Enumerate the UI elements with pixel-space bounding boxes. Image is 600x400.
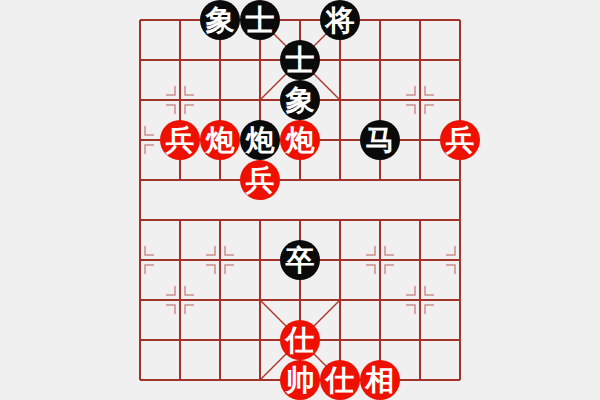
piece-red-cannon[interactable]: 炮: [200, 120, 240, 160]
piece-red-cannon[interactable]: 炮: [280, 120, 320, 160]
piece-black-advisor[interactable]: 士: [240, 0, 280, 40]
pieces-layer: 象士将士象兵炮炮炮马兵兵卒仕帅仕相: [0, 0, 600, 400]
piece-red-advisor[interactable]: 仕: [280, 320, 320, 360]
xiangqi-app-screen: 象士将士象兵炮炮炮马兵兵卒仕帅仕相: [0, 0, 600, 400]
piece-black-horse[interactable]: 马: [360, 120, 400, 160]
piece-red-advisor[interactable]: 仕: [320, 360, 360, 400]
piece-black-cannon[interactable]: 炮: [240, 120, 280, 160]
piece-red-soldier[interactable]: 兵: [440, 120, 480, 160]
piece-black-advisor[interactable]: 士: [280, 40, 320, 80]
piece-red-soldier[interactable]: 兵: [160, 120, 200, 160]
piece-black-soldier[interactable]: 卒: [280, 240, 320, 280]
piece-red-soldier[interactable]: 兵: [240, 160, 280, 200]
piece-black-elephant[interactable]: 象: [280, 80, 320, 120]
piece-black-elephant[interactable]: 象: [200, 0, 240, 40]
piece-black-general[interactable]: 将: [320, 0, 360, 40]
piece-red-elephant[interactable]: 相: [360, 360, 400, 400]
piece-red-general[interactable]: 帅: [280, 360, 320, 400]
